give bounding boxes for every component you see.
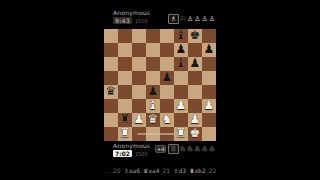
player-bottom-rating: 1500 [135,151,148,157]
captured-piece: ♙ [194,15,200,23]
square-e3[interactable] [160,99,174,113]
square-a8[interactable] [104,29,118,43]
square-h4[interactable] [202,85,216,99]
square-c4[interactable] [132,85,146,99]
black-queen: ♛ [104,85,118,99]
move-token[interactable]: ♛xa4 [143,167,159,174]
square-e2[interactable]: ♞ [160,113,174,127]
white-rook: ♜ [118,127,132,141]
captured-piece: ♙ [201,15,207,23]
white-bishop: ♝ [146,99,160,113]
white-pawn: ♟ [132,113,146,127]
square-c8[interactable] [132,29,146,43]
square-b4[interactable] [118,85,132,99]
square-a6[interactable] [104,57,118,71]
square-e5[interactable]: ♟ [160,71,174,85]
square-g3[interactable] [188,99,202,113]
captured-piece: ♟ [194,145,200,153]
video-frame: Anonymous 9:43 1500 ♗♘♙♙♙♙ ♝♚♟♟♝♟♟♛♟♝♟♟♜… [0,0,320,180]
square-b6[interactable] [118,57,132,71]
square-d7[interactable] [146,43,160,57]
square-b7[interactable] [118,43,132,57]
square-f4[interactable] [174,85,188,99]
captured-piece: ♞ [180,145,186,153]
square-a2[interactable] [104,113,118,127]
square-e8[interactable] [160,29,174,43]
square-d4[interactable]: ♟ [146,85,160,99]
white-pawn: ♟ [174,99,188,113]
player-top-rating: 1500 [135,18,148,24]
captured-piece: ♞ [187,145,193,153]
square-b3[interactable] [118,99,132,113]
white-knight: ♞ [160,113,174,127]
move-token[interactable]: ♗d3 [173,167,186,174]
black-pawn: ♟ [160,71,174,85]
square-f6[interactable]: ♝ [174,57,188,71]
square-a5[interactable] [104,71,118,85]
square-g4[interactable] [188,85,202,99]
player-bottom-clock: 7:02 [113,150,132,157]
square-d3[interactable]: ♝ [146,99,160,113]
square-g6[interactable]: ♟ [188,57,202,71]
square-b5[interactable] [118,71,132,85]
white-pawn: ♟ [188,113,202,127]
square-g8[interactable]: ♚ [188,29,202,43]
square-g5[interactable] [188,71,202,85]
white-queen: ♛ [146,113,160,127]
captured-piece: ♜ [168,144,178,154]
square-b2[interactable]: ♜ [118,113,132,127]
square-f2[interactable] [174,113,188,127]
material-advantage-badge: +4 [155,145,166,153]
square-h7[interactable]: ♟ [202,43,216,57]
square-b1[interactable]: ♜ [118,127,132,141]
square-c6[interactable] [132,57,146,71]
move-list: …20♗xa6♛xa421♗d3♜xb222♖ab1 [104,165,216,175]
captured-tray-bottom: +4♜♞♞♟♟♟ [155,144,215,154]
black-king: ♚ [188,29,202,43]
captured-piece: ♙ [187,15,193,23]
square-h2[interactable] [202,113,216,127]
square-g1[interactable]: ♚ [188,127,202,141]
square-c7[interactable] [132,43,146,57]
white-rook: ♜ [174,127,188,141]
captured-piece: ♗ [168,14,178,24]
move-number: 22 [209,167,216,174]
black-pawn: ♟ [202,43,216,57]
move-token[interactable]: ♗xa6 [124,167,140,174]
square-f5[interactable] [174,71,188,85]
square-h1[interactable] [202,127,216,141]
square-c2[interactable]: ♟ [132,113,146,127]
white-pawn: ♟ [202,99,216,113]
square-d6[interactable] [146,57,160,71]
black-pawn: ♟ [146,85,160,99]
square-f7[interactable]: ♟ [174,43,188,57]
square-a1[interactable] [104,127,118,141]
move-list-ellipsis: … [104,167,110,174]
move-number: 21 [163,167,171,174]
square-g2[interactable]: ♟ [188,113,202,127]
captured-piece: ♘ [180,15,186,23]
square-e7[interactable] [160,43,174,57]
captured-piece: ♙ [209,15,215,23]
chess-board: ♝♚♟♟♝♟♟♛♟♝♟♟♜♟♛♞♟♜♜♚ [104,29,216,141]
square-d5[interactable] [146,71,160,85]
square-d8[interactable] [146,29,160,43]
move-token[interactable]: ♜xb2 [189,167,206,174]
square-a3[interactable] [104,99,118,113]
white-king: ♚ [188,127,202,141]
square-h8[interactable] [202,29,216,43]
black-rook: ♜ [118,113,132,127]
square-e6[interactable] [160,57,174,71]
move-number: 20 [113,167,121,174]
captured-tray-top: ♗♘♙♙♙♙ [168,14,215,24]
square-a4[interactable]: ♛ [104,85,118,99]
square-a7[interactable] [104,43,118,57]
black-pawn: ♟ [174,43,188,57]
game-column: Anonymous 9:43 1500 ♗♘♙♙♙♙ ♝♚♟♟♝♟♟♛♟♝♟♟♜… [104,0,216,180]
square-h6[interactable] [202,57,216,71]
square-e4[interactable] [160,85,174,99]
square-b8[interactable] [118,29,132,43]
captured-piece: ♟ [201,145,207,153]
square-f1[interactable]: ♜ [174,127,188,141]
square-h3[interactable]: ♟ [202,99,216,113]
square-f8[interactable]: ♝ [174,29,188,43]
square-d2[interactable]: ♛ [146,113,160,127]
square-c5[interactable] [132,71,146,85]
square-h5[interactable] [202,71,216,85]
captured-piece: ♟ [209,145,215,153]
square-c3[interactable] [132,99,146,113]
black-pawn: ♟ [188,57,202,71]
square-f3[interactable]: ♟ [174,99,188,113]
black-bishop: ♝ [174,29,188,43]
player-top-clock: 9:43 [113,17,132,24]
analysis-line [137,133,175,135]
black-bishop: ♝ [174,57,188,71]
square-g7[interactable] [188,43,202,57]
